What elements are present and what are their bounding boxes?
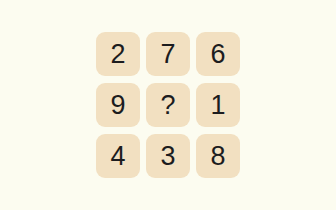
cell-r3c2: 3 bbox=[146, 134, 190, 178]
cell-r1c1: 2 bbox=[96, 32, 140, 76]
cell-r2c2-missing: ? bbox=[146, 83, 190, 127]
puzzle-canvas: 2 7 6 9 ? 1 4 3 8 bbox=[0, 0, 336, 210]
cell-r1c2: 7 bbox=[146, 32, 190, 76]
cell-r1c3: 6 bbox=[196, 32, 240, 76]
cell-r3c3: 8 bbox=[196, 134, 240, 178]
puzzle-grid: 2 7 6 9 ? 1 4 3 8 bbox=[96, 32, 240, 178]
cell-r2c1: 9 bbox=[96, 83, 140, 127]
cell-r3c1: 4 bbox=[96, 134, 140, 178]
cell-r2c3: 1 bbox=[196, 83, 240, 127]
